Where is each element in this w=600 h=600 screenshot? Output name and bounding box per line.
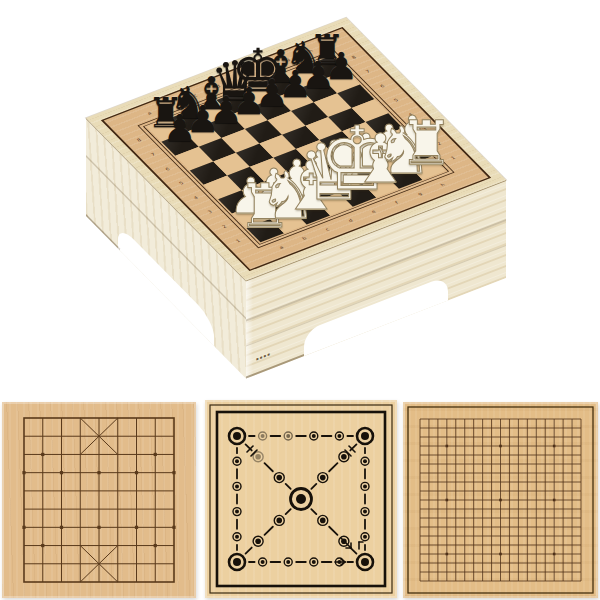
- hoshi-point: [553, 499, 556, 502]
- point-marker: [135, 526, 138, 529]
- hoshi-point: [446, 499, 449, 502]
- station-edge: [284, 558, 292, 566]
- station-edge: [233, 508, 241, 516]
- maker-stamp: ▪▪▪▪: [256, 352, 271, 362]
- xiangqi-board: [2, 402, 196, 598]
- track-dash: [311, 509, 316, 514]
- station-diag: [318, 473, 328, 483]
- point-marker: [97, 526, 100, 529]
- station-corner: [357, 428, 373, 444]
- hoshi-point: [499, 553, 502, 556]
- station-edge: [335, 432, 343, 440]
- hoshi-point: [499, 499, 502, 502]
- station-diag: [274, 515, 284, 525]
- point-marker: [22, 526, 25, 529]
- station-edge: [361, 482, 369, 490]
- station-edge: [259, 558, 267, 566]
- hoshi-point: [446, 445, 449, 448]
- station-diag: [253, 536, 263, 546]
- point-marker: [41, 544, 44, 547]
- station-diag: [274, 473, 284, 483]
- track-dash: [265, 527, 273, 535]
- hoshi-point: [499, 445, 502, 448]
- station-diag: [318, 515, 328, 525]
- station-edge: [233, 533, 241, 541]
- track-dash: [265, 463, 273, 471]
- hoshi-point: [553, 553, 556, 556]
- yut-nori-board: [205, 400, 397, 598]
- xiangqi-grid: [2, 402, 196, 598]
- station-edge: [361, 533, 369, 541]
- station-edge: [233, 457, 241, 465]
- yut-nori-track: [205, 400, 397, 598]
- station-corner: [357, 554, 373, 570]
- point-marker: [41, 453, 44, 456]
- track-dash: [329, 463, 337, 471]
- station-edge: [259, 432, 267, 440]
- bracket-foot: [86, 214, 120, 251]
- chess-grid: [147, 56, 445, 243]
- station-corner: [229, 428, 245, 444]
- point-marker: [22, 471, 25, 474]
- go-grid: [403, 402, 598, 598]
- track-dash: [286, 484, 291, 489]
- go-board: [403, 402, 598, 598]
- track-dash: [246, 548, 252, 554]
- station-edge: [361, 508, 369, 516]
- station-edge: [284, 432, 292, 440]
- track-dash: [311, 484, 316, 489]
- hoshi-point: [446, 553, 449, 556]
- point-marker: [172, 471, 175, 474]
- point-marker: [60, 471, 63, 474]
- point-marker: [172, 526, 175, 529]
- station-edge: [233, 482, 241, 490]
- track-dash: [329, 527, 337, 535]
- foot-arch-cutout: [118, 223, 214, 345]
- point-marker: [135, 471, 138, 474]
- station-edge: [361, 457, 369, 465]
- point-marker: [154, 544, 157, 547]
- point-marker: [154, 453, 157, 456]
- station-center: [291, 489, 312, 510]
- station-corner: [229, 554, 245, 570]
- hoshi-point: [553, 445, 556, 448]
- track-dash: [286, 509, 291, 514]
- station-edge: [310, 432, 318, 440]
- station-edge: [310, 558, 318, 566]
- point-marker: [97, 471, 100, 474]
- bracket-foot: [246, 354, 304, 378]
- point-marker: [60, 526, 63, 529]
- game-box-photo: ▪▪▪▪ aabbccddeeffgghh8877665544332211 ♜♞…: [0, 0, 600, 400]
